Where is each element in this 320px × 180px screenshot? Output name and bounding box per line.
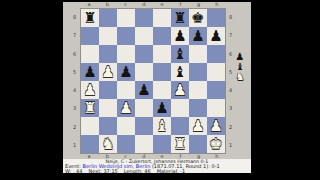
square-b1: ♞ bbox=[99, 135, 117, 153]
square-h3 bbox=[207, 99, 225, 117]
square-d1 bbox=[135, 135, 153, 153]
square-b2 bbox=[99, 117, 117, 135]
stat-material: Material: -1 bbox=[157, 168, 186, 174]
square-d2 bbox=[135, 117, 153, 135]
square-e4 bbox=[153, 81, 171, 99]
captured-white-knight: ♞ bbox=[236, 72, 245, 82]
piece-white-rook: ♜ bbox=[173, 137, 186, 152]
square-d6 bbox=[135, 45, 153, 63]
square-e1 bbox=[153, 135, 171, 153]
piece-black-pawn: ♟ bbox=[155, 101, 168, 116]
square-h7: ♟ bbox=[207, 27, 225, 45]
square-f3 bbox=[171, 99, 189, 117]
square-f2 bbox=[171, 117, 189, 135]
piece-black-king: ♚ bbox=[191, 11, 204, 26]
square-h2: ♟ bbox=[207, 117, 225, 135]
square-a8: ♜ bbox=[81, 9, 99, 27]
piece-black-pawn: ♟ bbox=[119, 65, 132, 80]
rank-label-3: 3 bbox=[71, 99, 78, 117]
square-h5 bbox=[207, 63, 225, 81]
square-h1: ♚ bbox=[207, 135, 225, 153]
piece-white-king: ♚ bbox=[209, 137, 222, 152]
square-c8 bbox=[117, 9, 135, 27]
piece-white-pawn: ♟ bbox=[173, 83, 186, 98]
rank-label-5: 5 bbox=[71, 63, 78, 81]
piece-black-pawn: ♟ bbox=[173, 29, 186, 44]
square-c5: ♟ bbox=[117, 63, 135, 81]
square-g2: ♟ bbox=[189, 117, 207, 135]
square-g5 bbox=[189, 63, 207, 81]
rank-label-1: 1 bbox=[71, 136, 78, 154]
square-e2: ♝ bbox=[153, 117, 171, 135]
square-e3: ♟ bbox=[153, 99, 171, 117]
square-a4: ♟ bbox=[81, 81, 99, 99]
square-b8 bbox=[99, 9, 117, 27]
square-d3 bbox=[135, 99, 153, 117]
square-f8: ♜ bbox=[171, 9, 189, 27]
square-f7: ♟ bbox=[171, 27, 189, 45]
piece-black-bishop: ♝ bbox=[173, 47, 186, 62]
piece-white-knight: ♞ bbox=[101, 137, 114, 152]
rank-label-7: 7 bbox=[227, 26, 234, 44]
rank-label-7: 7 bbox=[71, 26, 78, 44]
file-label-e: e bbox=[153, 2, 171, 7]
square-a2 bbox=[81, 117, 99, 135]
file-label-g: g bbox=[190, 2, 208, 7]
rank-label-2: 2 bbox=[227, 118, 234, 136]
square-b6 bbox=[99, 45, 117, 63]
piece-white-pawn: ♟ bbox=[191, 119, 204, 134]
square-g1 bbox=[189, 135, 207, 153]
piece-black-pawn: ♟ bbox=[191, 29, 204, 44]
square-b5: ♟ bbox=[99, 63, 117, 81]
square-g4 bbox=[189, 81, 207, 99]
square-g8: ♚ bbox=[189, 9, 207, 27]
piece-white-pawn: ♟ bbox=[83, 83, 96, 98]
square-a6 bbox=[81, 45, 99, 63]
square-d8 bbox=[135, 9, 153, 27]
square-g3 bbox=[189, 99, 207, 117]
piece-black-pawn: ♟ bbox=[137, 83, 150, 98]
square-c7 bbox=[117, 27, 135, 45]
rank-label-2: 2 bbox=[71, 118, 78, 136]
game-caption: Neije, C - Zukertort, Johannes Hermann 0… bbox=[63, 159, 251, 173]
piece-black-pawn: ♟ bbox=[209, 29, 222, 44]
square-c2 bbox=[117, 117, 135, 135]
square-c1 bbox=[117, 135, 135, 153]
square-a7 bbox=[81, 27, 99, 45]
stat-w: W: . 44 bbox=[65, 168, 82, 174]
file-label-c: c bbox=[117, 2, 135, 7]
piece-white-pawn: ♟ bbox=[119, 101, 132, 116]
square-f6: ♝ bbox=[171, 45, 189, 63]
square-h4 bbox=[207, 81, 225, 99]
square-c3: ♟ bbox=[117, 99, 135, 117]
square-b4 bbox=[99, 81, 117, 99]
square-f4: ♟ bbox=[171, 81, 189, 99]
rank-label-4: 4 bbox=[71, 81, 78, 99]
piece-black-pawn: ♟ bbox=[83, 65, 96, 80]
square-h8 bbox=[207, 9, 225, 27]
rank-label-8: 8 bbox=[227, 8, 234, 26]
piece-white-pawn: ♟ bbox=[101, 65, 114, 80]
square-f1: ♜ bbox=[171, 135, 189, 153]
stat-next: Next: 37:15 bbox=[88, 168, 117, 174]
square-h6 bbox=[207, 45, 225, 63]
square-e8 bbox=[153, 9, 171, 27]
piece-black-rook: ♜ bbox=[173, 11, 186, 26]
piece-white-rook: ♜ bbox=[83, 101, 96, 116]
piece-white-bishop: ♝ bbox=[155, 119, 168, 134]
piece-black-rook: ♜ bbox=[83, 11, 96, 26]
rank-label-3: 3 bbox=[227, 99, 234, 117]
square-d7 bbox=[135, 27, 153, 45]
square-a1 bbox=[81, 135, 99, 153]
square-a5: ♟ bbox=[81, 63, 99, 81]
file-label-d: d bbox=[135, 2, 153, 7]
game-title: Neije, C - Zukertort, Johannes Hermann 0… bbox=[68, 159, 247, 164]
rank-label-8: 8 bbox=[71, 8, 78, 26]
square-d5 bbox=[135, 63, 153, 81]
rank-label-6: 6 bbox=[71, 45, 78, 63]
square-f5: ♝ bbox=[171, 63, 189, 81]
piece-black-bishop: ♝ bbox=[173, 65, 186, 80]
file-label-b: b bbox=[98, 2, 116, 7]
square-d4: ♟ bbox=[135, 81, 153, 99]
file-label-h: h bbox=[208, 2, 226, 7]
stat-length: Length: 46 bbox=[124, 168, 151, 174]
rank-label-4: 4 bbox=[227, 81, 234, 99]
square-g7: ♟ bbox=[189, 27, 207, 45]
square-c4 bbox=[117, 81, 135, 99]
square-e5 bbox=[153, 63, 171, 81]
square-e7 bbox=[153, 27, 171, 45]
square-a3: ♜ bbox=[81, 99, 99, 117]
square-e6 bbox=[153, 45, 171, 63]
board-panel: abcdefgh 87654321 ♜♜♚♟♟♟♝♟♟♟♝♟♟♟♜♟♟♝♟♟♞♜… bbox=[63, 2, 251, 173]
piece-white-pawn: ♟ bbox=[209, 119, 222, 134]
square-g6 bbox=[189, 45, 207, 63]
stats-line: W: . 44Next: 37:15Length: 46Material: -1 bbox=[63, 169, 251, 174]
rank-labels-left: 87654321 bbox=[71, 8, 78, 154]
rank-label-1: 1 bbox=[227, 136, 234, 154]
file-label-a: a bbox=[80, 2, 98, 7]
captured-pieces-tray: ♟♝♞ bbox=[233, 52, 247, 82]
file-labels-top: abcdefgh bbox=[80, 2, 226, 7]
square-b3 bbox=[99, 99, 117, 117]
chess-board: ♜♜♚♟♟♟♝♟♟♟♝♟♟♟♜♟♟♝♟♟♞♜♚ bbox=[80, 8, 226, 154]
square-b7 bbox=[99, 27, 117, 45]
square-c6 bbox=[117, 45, 135, 63]
file-label-f: f bbox=[171, 2, 189, 7]
